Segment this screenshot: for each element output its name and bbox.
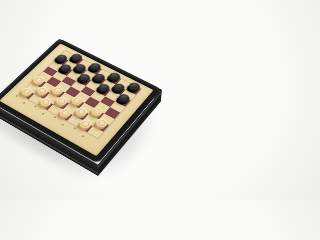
product-photo-scene [0,0,200,200]
checkers-set [0,39,162,165]
margin-dot [73,127,76,129]
margin-dot [15,95,18,97]
margin-dot [82,135,85,137]
margin-dot [53,116,56,118]
margin-dot [23,102,26,104]
margin-dot [42,113,45,115]
margin-dot [61,124,64,126]
margin-dot [34,105,37,107]
